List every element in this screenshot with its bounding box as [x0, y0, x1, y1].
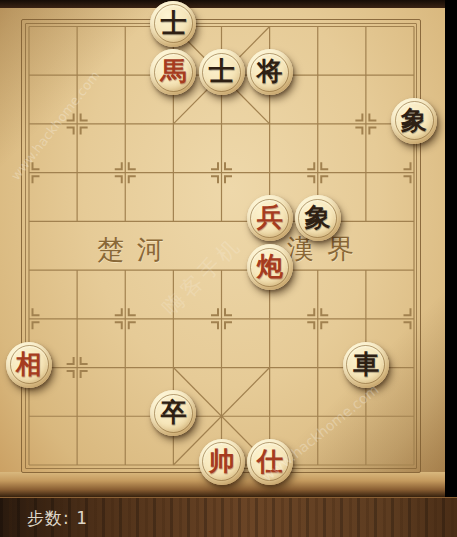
piece-black-将[interactable]: 将 [247, 49, 293, 95]
piece-glyph: 兵 [257, 204, 283, 230]
piece-glyph: 卒 [160, 399, 186, 425]
piece-glyph: 馬 [160, 58, 186, 84]
piece-glyph: 士 [160, 10, 186, 36]
piece-black-士[interactable]: 士 [199, 49, 245, 95]
piece-red-兵[interactable]: 兵 [247, 195, 293, 241]
river-label-left: 楚河 [97, 232, 177, 268]
piece-glyph: 炮 [257, 253, 283, 279]
piece-glyph: 帅 [209, 448, 235, 474]
move-count-label: 步数: 1 [27, 507, 88, 530]
piece-red-帅[interactable]: 帅 [199, 439, 245, 485]
xiangqi-board[interactable]: 楚河 漢界 士馬士将象兵象炮相車卒帅仕 [0, 0, 445, 497]
piece-black-象[interactable]: 象 [295, 195, 341, 241]
piece-glyph: 将 [257, 58, 283, 84]
game-window: 楚河 漢界 士馬士将象兵象炮相車卒帅仕 www.hackhome.com 嗨客手… [0, 0, 457, 537]
piece-red-相[interactable]: 相 [6, 342, 52, 388]
piece-black-車[interactable]: 車 [343, 342, 389, 388]
piece-black-象[interactable]: 象 [391, 98, 437, 144]
piece-glyph: 象 [401, 107, 427, 133]
piece-red-炮[interactable]: 炮 [247, 244, 293, 290]
piece-glyph: 相 [16, 351, 42, 377]
piece-red-仕[interactable]: 仕 [247, 439, 293, 485]
piece-black-士[interactable]: 士 [150, 1, 196, 47]
status-bar: 步数: 1 [0, 497, 457, 537]
piece-glyph: 仕 [257, 448, 283, 474]
piece-glyph: 士 [209, 58, 235, 84]
piece-glyph: 車 [353, 351, 379, 377]
piece-glyph: 象 [305, 204, 331, 230]
